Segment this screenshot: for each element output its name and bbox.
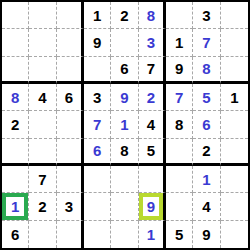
entered-digit: 1	[120, 117, 128, 132]
sudoku-cell-r1c3[interactable]	[57, 2, 84, 29]
given-digit: 9	[175, 61, 183, 76]
sudoku-cell-r8c8[interactable]: 4	[193, 193, 220, 220]
sudoku-board: 1283931767988463927512714866852711239461…	[0, 0, 250, 250]
sudoku-cell-r2c7[interactable]: 1	[166, 29, 193, 56]
sudoku-cell-r8c5[interactable]	[111, 193, 138, 220]
given-digit: 2	[120, 8, 128, 23]
sudoku-cell-r3c2[interactable]	[29, 57, 56, 84]
entered-digit: 1	[11, 199, 19, 214]
sudoku-cell-r1c9[interactable]	[221, 2, 248, 29]
sudoku-cell-r6c5[interactable]: 8	[111, 139, 138, 166]
sudoku-cell-r3c1[interactable]	[2, 57, 29, 84]
sudoku-cell-r4c7[interactable]: 7	[166, 84, 193, 111]
sudoku-cell-r6c2[interactable]	[29, 139, 56, 166]
given-digit: 7	[147, 61, 155, 76]
sudoku-cell-r2c3[interactable]	[57, 29, 84, 56]
sudoku-cell-r8c7[interactable]	[166, 193, 193, 220]
sudoku-cell-r5c8[interactable]: 6	[193, 111, 220, 138]
sudoku-cell-r1c2[interactable]	[29, 2, 56, 29]
given-digit: 4	[202, 199, 210, 214]
sudoku-cell-r9c5[interactable]	[111, 221, 138, 248]
sudoku-cell-r2c1[interactable]	[2, 29, 29, 56]
entered-digit: 7	[93, 117, 101, 132]
sudoku-cell-r1c6[interactable]: 8	[139, 2, 166, 29]
sudoku-cell-r8c4[interactable]	[84, 193, 111, 220]
sudoku-cell-r4c1[interactable]: 8	[2, 84, 29, 111]
entered-digit: 8	[202, 61, 210, 76]
sudoku-cell-r8c2[interactable]: 2	[29, 193, 56, 220]
given-digit: 6	[65, 90, 73, 105]
sudoku-cell-r3c3[interactable]	[57, 57, 84, 84]
sudoku-cell-r1c5[interactable]: 2	[111, 2, 138, 29]
sudoku-cell-r5c4[interactable]: 7	[84, 111, 111, 138]
entered-digit: 8	[147, 8, 155, 23]
sudoku-cell-r4c2[interactable]: 4	[29, 84, 56, 111]
sudoku-cell-r9c9[interactable]	[221, 221, 248, 248]
sudoku-cell-r5c6[interactable]: 4	[139, 111, 166, 138]
given-digit: 5	[147, 143, 155, 158]
sudoku-cell-r4c9[interactable]: 1	[221, 84, 248, 111]
given-digit: 2	[11, 117, 19, 132]
sudoku-cell-r3c9[interactable]	[221, 57, 248, 84]
sudoku-cell-r1c4[interactable]: 1	[84, 2, 111, 29]
sudoku-cell-r8c3[interactable]: 3	[57, 193, 84, 220]
given-digit: 7	[38, 172, 46, 187]
sudoku-cell-r4c3[interactable]: 6	[57, 84, 84, 111]
sudoku-cell-r4c8[interactable]: 5	[193, 84, 220, 111]
entered-digit: 2	[147, 90, 155, 105]
given-digit: 2	[202, 143, 210, 158]
given-digit: 2	[38, 199, 46, 214]
sudoku-cell-r2c6[interactable]: 3	[139, 29, 166, 56]
sudoku-cell-r7c4[interactable]	[84, 166, 111, 193]
given-digit: 9	[93, 35, 101, 50]
sudoku-cell-r6c6[interactable]: 5	[139, 139, 166, 166]
sudoku-cell-r5c7[interactable]: 8	[166, 111, 193, 138]
given-digit: 3	[65, 199, 73, 214]
sudoku-cell-r7c3[interactable]	[57, 166, 84, 193]
sudoku-cell-r5c1[interactable]: 2	[2, 111, 29, 138]
sudoku-cell-r9c4[interactable]	[84, 221, 111, 248]
entered-digit: 3	[147, 35, 155, 50]
given-digit: 3	[93, 90, 101, 105]
given-digit: 5	[175, 227, 183, 242]
given-digit: 8	[175, 117, 183, 132]
sudoku-cell-r7c8[interactable]: 1	[193, 166, 220, 193]
given-digit: 1	[175, 35, 183, 50]
entered-digit: 9	[120, 90, 128, 105]
entered-digit: 5	[202, 90, 210, 105]
given-digit: 4	[38, 90, 46, 105]
given-digit: 4	[147, 117, 155, 132]
given-digit: 6	[120, 61, 128, 76]
sudoku-cell-r6c3[interactable]	[57, 139, 84, 166]
sudoku-cell-r3c5[interactable]: 6	[111, 57, 138, 84]
given-digit: 9	[202, 227, 210, 242]
given-digit: 8	[120, 143, 128, 158]
sudoku-cell-r4c4[interactable]: 3	[84, 84, 111, 111]
sudoku-cell-r5c9[interactable]	[221, 111, 248, 138]
entered-digit: 8	[11, 90, 19, 105]
sudoku-cell-r9c1[interactable]: 6	[2, 221, 29, 248]
entered-digit: 1	[147, 227, 155, 242]
sudoku-cell-r7c7[interactable]	[166, 166, 193, 193]
sudoku-cell-r8c9[interactable]	[221, 193, 248, 220]
sudoku-cell-r7c5[interactable]	[111, 166, 138, 193]
sudoku-cell-r9c6[interactable]: 1	[139, 221, 166, 248]
sudoku-cell-r6c1[interactable]	[2, 139, 29, 166]
sudoku-cell-r7c2[interactable]: 7	[29, 166, 56, 193]
sudoku-cell-r1c8[interactable]: 3	[193, 2, 220, 29]
sudoku-cell-r3c8[interactable]: 8	[193, 57, 220, 84]
sudoku-cell-r5c3[interactable]	[57, 111, 84, 138]
sudoku-cell-r3c4[interactable]	[84, 57, 111, 84]
sudoku-cell-r2c5[interactable]	[111, 29, 138, 56]
sudoku-cell-r1c7[interactable]	[166, 2, 193, 29]
sudoku-cell-r2c9[interactable]	[221, 29, 248, 56]
given-digit: 1	[93, 8, 101, 23]
sudoku-cell-r4c6[interactable]: 2	[139, 84, 166, 111]
selected-cell-green-r8c1[interactable]: 1	[2, 193, 29, 220]
sudoku-cell-r1c1[interactable]	[2, 2, 29, 29]
selected-cell-lime-r8c6[interactable]: 9	[139, 193, 166, 220]
sudoku-cell-r2c4[interactable]: 9	[84, 29, 111, 56]
sudoku-cell-r6c4[interactable]: 6	[84, 139, 111, 166]
entered-digit: 7	[175, 90, 183, 105]
sudoku-cell-r4c5[interactable]: 9	[111, 84, 138, 111]
sudoku-cell-r6c9[interactable]	[221, 139, 248, 166]
entered-digit: 6	[93, 143, 101, 158]
sudoku-cell-r6c8[interactable]: 2	[193, 139, 220, 166]
sudoku-cell-r3c6[interactable]: 7	[139, 57, 166, 84]
sudoku-cell-r5c2[interactable]	[29, 111, 56, 138]
sudoku-cell-r9c7[interactable]: 5	[166, 221, 193, 248]
sudoku-cell-r7c6[interactable]	[139, 166, 166, 193]
sudoku-cell-r6c7[interactable]	[166, 139, 193, 166]
entered-digit: 1	[202, 172, 210, 187]
sudoku-cell-r2c8[interactable]: 7	[193, 29, 220, 56]
sudoku-cell-r9c8[interactable]: 9	[193, 221, 220, 248]
entered-digit: 6	[202, 117, 210, 132]
given-digit: 3	[202, 8, 210, 23]
sudoku-cell-r7c9[interactable]	[221, 166, 248, 193]
sudoku-cell-r9c3[interactable]	[57, 221, 84, 248]
sudoku-cell-r9c2[interactable]	[29, 221, 56, 248]
sudoku-cell-r7c1[interactable]	[2, 166, 29, 193]
given-digit: 6	[11, 227, 19, 242]
entered-digit: 9	[147, 199, 155, 214]
given-digit: 1	[230, 90, 238, 105]
sudoku-cell-r2c2[interactable]	[29, 29, 56, 56]
sudoku-cell-r5c5[interactable]: 1	[111, 111, 138, 138]
sudoku-cell-r3c7[interactable]: 9	[166, 57, 193, 84]
entered-digit: 7	[202, 35, 210, 50]
